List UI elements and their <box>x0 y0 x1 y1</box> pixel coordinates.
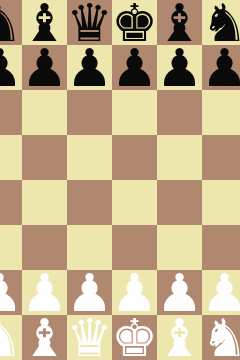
square-e4[interactable] <box>112 180 157 225</box>
square-b2[interactable]: ♟ <box>0 270 22 315</box>
piece-white-pawn: ♟ <box>0 267 23 319</box>
square-e8[interactable]: ♚ <box>112 0 157 45</box>
square-e6[interactable] <box>112 90 157 135</box>
square-b3[interactable] <box>0 225 22 270</box>
square-e7[interactable]: ♟ <box>112 45 157 90</box>
square-d1[interactable]: ♛ <box>67 315 112 360</box>
piece-black-pawn: ♟ <box>21 42 68 94</box>
square-d8[interactable]: ♛ <box>67 0 112 45</box>
square-c8[interactable]: ♝ <box>22 0 67 45</box>
square-g2[interactable]: ♟ <box>202 270 240 315</box>
square-d7[interactable]: ♟ <box>67 45 112 90</box>
square-d4[interactable] <box>67 180 112 225</box>
square-f4[interactable] <box>157 180 202 225</box>
square-b7[interactable]: ♟ <box>0 45 22 90</box>
piece-white-pawn: ♟ <box>156 267 203 319</box>
square-f6[interactable] <box>157 90 202 135</box>
piece-white-knight: ♞ <box>0 312 23 360</box>
square-e3[interactable] <box>112 225 157 270</box>
piece-black-pawn: ♟ <box>156 42 203 94</box>
piece-black-pawn: ♟ <box>0 42 23 94</box>
square-g6[interactable] <box>202 90 240 135</box>
square-c4[interactable] <box>22 180 67 225</box>
chess-board: ♜♞♝♛♚♝♞♜♟♟♟♟♟♟♟♟♟♟♟♟♟♟♟♟♜♞♝♛♚♝♞♜ <box>0 0 240 360</box>
square-c2[interactable]: ♟ <box>22 270 67 315</box>
chess-app-screen: ♜♞♝♛♚♝♞♜♟♟♟♟♟♟♟♟♟♟♟♟♟♟♟♟♜♞♝♛♚♝♞♜ <box>0 0 240 360</box>
square-f5[interactable] <box>157 135 202 180</box>
square-f1[interactable]: ♝ <box>157 315 202 360</box>
piece-black-bishop: ♝ <box>156 0 203 49</box>
square-b1[interactable]: ♞ <box>0 315 22 360</box>
square-b4[interactable] <box>0 180 22 225</box>
square-d6[interactable] <box>67 90 112 135</box>
square-g5[interactable] <box>202 135 240 180</box>
square-g1[interactable]: ♞ <box>202 315 240 360</box>
square-f7[interactable]: ♟ <box>157 45 202 90</box>
square-f3[interactable] <box>157 225 202 270</box>
piece-white-king: ♚ <box>111 312 158 360</box>
square-c5[interactable] <box>22 135 67 180</box>
square-f8[interactable]: ♝ <box>157 0 202 45</box>
piece-white-pawn: ♟ <box>66 267 113 319</box>
piece-black-knight: ♞ <box>0 0 23 49</box>
square-d5[interactable] <box>67 135 112 180</box>
piece-white-pawn: ♟ <box>201 267 240 319</box>
piece-black-pawn: ♟ <box>66 42 113 94</box>
square-b8[interactable]: ♞ <box>0 0 22 45</box>
piece-black-bishop: ♝ <box>21 0 68 49</box>
piece-white-queen: ♛ <box>66 312 113 360</box>
piece-white-pawn: ♟ <box>21 267 68 319</box>
square-g4[interactable] <box>202 180 240 225</box>
piece-white-pawn: ♟ <box>111 267 158 319</box>
square-g7[interactable]: ♟ <box>202 45 240 90</box>
square-c3[interactable] <box>22 225 67 270</box>
piece-black-pawn: ♟ <box>111 42 158 94</box>
square-d3[interactable] <box>67 225 112 270</box>
piece-white-bishop: ♝ <box>21 312 68 360</box>
piece-black-knight: ♞ <box>201 0 240 49</box>
square-b6[interactable] <box>0 90 22 135</box>
square-g3[interactable] <box>202 225 240 270</box>
piece-white-knight: ♞ <box>201 312 240 360</box>
square-g8[interactable]: ♞ <box>202 0 240 45</box>
square-e1[interactable]: ♚ <box>112 315 157 360</box>
piece-white-bishop: ♝ <box>156 312 203 360</box>
piece-black-king: ♚ <box>111 0 158 49</box>
square-b5[interactable] <box>0 135 22 180</box>
square-e2[interactable]: ♟ <box>112 270 157 315</box>
square-c1[interactable]: ♝ <box>22 315 67 360</box>
piece-black-queen: ♛ <box>66 0 113 49</box>
square-c6[interactable] <box>22 90 67 135</box>
square-f2[interactable]: ♟ <box>157 270 202 315</box>
square-e5[interactable] <box>112 135 157 180</box>
square-c7[interactable]: ♟ <box>22 45 67 90</box>
piece-black-pawn: ♟ <box>201 42 240 94</box>
square-d2[interactable]: ♟ <box>67 270 112 315</box>
